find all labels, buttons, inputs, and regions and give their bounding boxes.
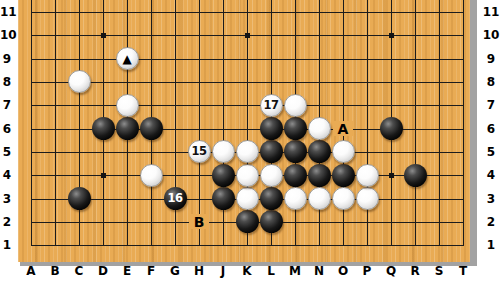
column-label-M: M xyxy=(285,263,305,279)
white-stone[interactable] xyxy=(284,187,307,210)
white-stone[interactable] xyxy=(212,140,235,163)
black-stone[interactable] xyxy=(212,187,235,210)
black-stone[interactable] xyxy=(260,187,283,210)
row-label-right-3: 3 xyxy=(482,191,500,207)
row-label-left-3: 3 xyxy=(0,191,14,207)
move-number-label: 15 xyxy=(191,146,206,158)
column-label-S: S xyxy=(429,263,449,279)
column-label-E: E xyxy=(117,263,137,279)
white-stone[interactable] xyxy=(356,187,379,210)
move-number-label: 17 xyxy=(263,100,278,112)
black-stone[interactable] xyxy=(68,187,91,210)
white-stone[interactable] xyxy=(308,117,331,140)
white-stone[interactable] xyxy=(332,187,355,210)
board-letter-label[interactable]: A xyxy=(333,121,353,136)
black-stone[interactable] xyxy=(212,164,235,187)
black-stone[interactable] xyxy=(332,164,355,187)
black-stone[interactable] xyxy=(236,210,259,233)
white-stone[interactable] xyxy=(236,140,259,163)
column-label-D: D xyxy=(93,263,113,279)
column-label-K: K xyxy=(237,263,257,279)
row-label-right-11: 11 xyxy=(482,4,500,20)
black-stone[interactable] xyxy=(260,117,283,140)
row-label-right-1: 1 xyxy=(482,237,500,253)
column-label-Q: Q xyxy=(381,263,401,279)
row-label-left-9: 9 xyxy=(0,51,14,67)
white-stone[interactable] xyxy=(140,164,163,187)
black-stone[interactable] xyxy=(140,117,163,140)
white-stone[interactable] xyxy=(332,140,355,163)
column-label-L: L xyxy=(261,263,281,279)
row-label-right-10: 10 xyxy=(482,27,500,43)
white-stone[interactable]: 15 xyxy=(188,140,211,163)
go-diagram: 16▲1517AB 11111010998877665544332211ABCD… xyxy=(0,0,500,284)
white-stone[interactable] xyxy=(356,164,379,187)
black-stone[interactable] xyxy=(284,117,307,140)
black-stone[interactable] xyxy=(284,164,307,187)
column-label-O: O xyxy=(333,263,353,279)
row-label-left-2: 2 xyxy=(0,214,14,230)
triangle-marker-icon: ▲ xyxy=(122,52,131,64)
row-label-left-6: 6 xyxy=(0,121,14,137)
row-label-right-6: 6 xyxy=(482,121,500,137)
black-stone[interactable] xyxy=(308,140,331,163)
black-stone[interactable] xyxy=(260,140,283,163)
black-stone[interactable] xyxy=(116,117,139,140)
row-label-right-2: 2 xyxy=(482,214,500,230)
white-stone[interactable]: 17 xyxy=(260,94,283,117)
row-label-left-7: 7 xyxy=(0,97,14,113)
column-label-G: G xyxy=(165,263,185,279)
board-letter-label[interactable]: B xyxy=(189,214,209,229)
column-label-N: N xyxy=(309,263,329,279)
column-label-J: J xyxy=(213,263,233,279)
white-stone[interactable]: ▲ xyxy=(116,47,139,70)
column-label-B: B xyxy=(45,263,65,279)
black-stone[interactable] xyxy=(260,210,283,233)
row-label-right-9: 9 xyxy=(482,51,500,67)
black-stone[interactable]: 16 xyxy=(164,187,187,210)
column-label-F: F xyxy=(141,263,161,279)
black-stone[interactable] xyxy=(404,164,427,187)
white-stone[interactable] xyxy=(236,187,259,210)
row-label-left-5: 5 xyxy=(0,144,14,160)
row-label-right-4: 4 xyxy=(482,167,500,183)
column-label-H: H xyxy=(189,263,209,279)
white-stone[interactable] xyxy=(68,70,91,93)
row-label-left-8: 8 xyxy=(0,74,14,90)
white-stone[interactable] xyxy=(116,94,139,117)
row-label-right-7: 7 xyxy=(482,97,500,113)
black-stone[interactable] xyxy=(308,164,331,187)
white-stone[interactable] xyxy=(260,164,283,187)
row-label-left-11: 11 xyxy=(0,4,14,20)
white-stone[interactable] xyxy=(308,187,331,210)
white-stone[interactable] xyxy=(284,94,307,117)
black-stone[interactable] xyxy=(92,117,115,140)
row-label-left-4: 4 xyxy=(0,167,14,183)
row-label-right-8: 8 xyxy=(482,74,500,90)
white-stone[interactable] xyxy=(236,164,259,187)
move-number-label: 16 xyxy=(167,193,182,205)
column-label-R: R xyxy=(405,263,425,279)
column-label-P: P xyxy=(357,263,377,279)
black-stone[interactable] xyxy=(284,140,307,163)
column-label-C: C xyxy=(69,263,89,279)
row-label-left-10: 10 xyxy=(0,27,14,43)
black-stone[interactable] xyxy=(380,117,403,140)
column-label-A: A xyxy=(21,263,41,279)
row-label-right-5: 5 xyxy=(482,144,500,160)
go-board[interactable]: 16▲1517AB xyxy=(19,0,475,257)
row-label-left-1: 1 xyxy=(0,237,14,253)
column-label-T: T xyxy=(453,263,473,279)
